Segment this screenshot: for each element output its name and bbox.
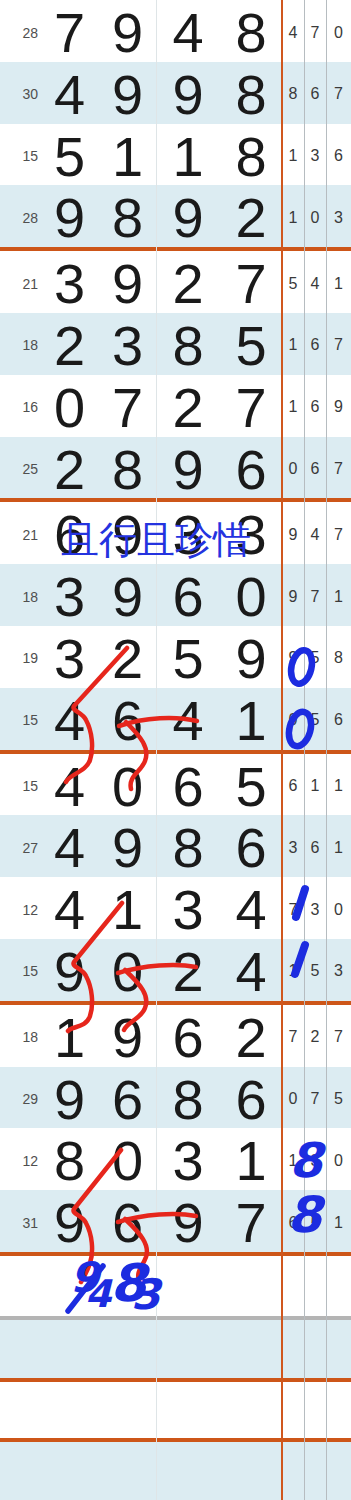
extra-digit-cell: 1	[282, 313, 304, 378]
extra-column-divider-1	[304, 0, 305, 1500]
draw-digit-cell: 9	[98, 564, 156, 629]
draw-row: 287948470	[0, 0, 351, 62]
extra-digit-cell: 3	[304, 124, 326, 189]
extra-digit-cell: 3	[282, 815, 304, 880]
draw-digit-cell: 4	[40, 815, 98, 880]
extra-column-divider-2	[326, 0, 327, 1500]
extra-digit-cell: 7	[326, 1005, 351, 1070]
draw-digit-cell: 1	[219, 1128, 282, 1193]
draw-row: 213927541	[0, 251, 351, 313]
draw-digit-cell: 8	[98, 185, 156, 250]
draw-digit-cell: 5	[40, 124, 98, 189]
draw-digit-cell: 9	[40, 1067, 98, 1132]
draw-digit-cell: 4	[219, 939, 282, 1004]
extra-digit-cell: 6	[326, 124, 351, 189]
draw-digit-cell: 6	[98, 1190, 156, 1255]
draw-row: 289892103	[0, 185, 351, 247]
draw-digit-cell: 3	[156, 1128, 219, 1193]
draw-digit-cell: 8	[219, 0, 282, 65]
extra-digit-cell: 0	[304, 185, 326, 250]
extra-digit-cell: 7	[326, 437, 351, 502]
draw-digit-cell: 1	[219, 688, 282, 753]
extra-digit-cell: 0	[326, 1128, 351, 1193]
extra-digit-cell: 9	[326, 375, 351, 440]
sum-cell: 18	[0, 313, 40, 378]
draw-digit-cell: 0	[98, 754, 156, 819]
draw-row: 154641056	[0, 688, 351, 750]
draw-digit-cell: 3	[40, 251, 98, 316]
extra-digit-cell: 7	[282, 1005, 304, 1070]
draw-digit-cell: 4	[40, 877, 98, 942]
draw-row: 160727169	[0, 375, 351, 437]
draw-digit-cell: 9	[40, 939, 98, 1004]
draw-digit-cell: 3	[40, 626, 98, 691]
extra-digit-cell: 7	[326, 62, 351, 127]
sum-cell: 31	[0, 1190, 40, 1255]
draw-digit-cell: 6	[156, 1005, 219, 1070]
draw-digit-cell: 9	[40, 185, 98, 250]
draw-row: 154065611	[0, 754, 351, 816]
draw-digit-cell: 6	[219, 437, 282, 502]
extra-digit-cell: 2	[304, 1005, 326, 1070]
sum-cell: 29	[0, 1067, 40, 1132]
draw-row: 128031130	[0, 1128, 351, 1190]
draw-digit-cell: 8	[98, 437, 156, 502]
extra-digit-cell: 5	[326, 1067, 351, 1132]
extra-digit-cell: 3	[304, 877, 326, 942]
extra-digit-cell: 0	[282, 1067, 304, 1132]
draw-digit-cell: 4	[219, 877, 282, 942]
extra-digit-cell: 1	[304, 754, 326, 819]
empty-row	[0, 1256, 351, 1316]
draw-digit-cell: 2	[219, 1005, 282, 1070]
extra-digit-cell: 4	[304, 502, 326, 567]
draw-digit-cell: 3	[98, 313, 156, 378]
extra-digit-cell: 3	[304, 1128, 326, 1193]
extra-digit-cell: 4	[304, 251, 326, 316]
draw-digit-cell: 6	[219, 815, 282, 880]
draw-digit-cell: 9	[98, 1005, 156, 1070]
row-group: 287948470304998867155118136289892103	[0, 0, 351, 251]
draw-digit-cell: 4	[40, 754, 98, 819]
draw-digit-cell: 8	[156, 815, 219, 880]
extra-digit-cell: 7	[282, 877, 304, 942]
draw-digit-cell: 9	[156, 1190, 219, 1255]
lottery-chart-screen[interactable]: 2879484703049988671551181362898921032139…	[0, 0, 351, 1500]
draw-digit-cell: 8	[219, 124, 282, 189]
draw-digit-cell: 2	[156, 251, 219, 316]
sum-cell: 18	[0, 1005, 40, 1070]
draw-digit-cell: 2	[156, 375, 219, 440]
draw-rows-table: 2879484703049988671551181362898921032139…	[0, 0, 351, 1256]
draw-digit-cell: 0	[219, 564, 282, 629]
handwritten-note: 且行且珍惜	[61, 521, 251, 559]
empty-row	[0, 1320, 351, 1378]
draw-digit-cell: 5	[219, 754, 282, 819]
draw-digit-cell: 8	[156, 313, 219, 378]
extra-digit-cell: 7	[304, 564, 326, 629]
sum-cell: 19	[0, 626, 40, 691]
draw-digit-cell: 1	[98, 877, 156, 942]
extra-digit-cell: 6	[326, 688, 351, 753]
draw-digit-cell: 2	[98, 626, 156, 691]
draw-digit-cell: 7	[219, 1190, 282, 1255]
sum-cell: 16	[0, 375, 40, 440]
draw-row: 155118136	[0, 124, 351, 186]
sum-cell: 15	[0, 124, 40, 189]
extra-digit-cell: 1	[326, 564, 351, 629]
extra-digit-cell: 4	[282, 0, 304, 65]
extra-digit-cell: 6	[304, 375, 326, 440]
draw-digit-cell: 9	[156, 437, 219, 502]
mid-column-divider	[156, 0, 157, 1500]
extra-digit-cell: 1	[326, 754, 351, 819]
draw-row: 304998867	[0, 62, 351, 124]
extra-digit-cell: 0	[282, 437, 304, 502]
extra-digit-cell: 5	[304, 939, 326, 1004]
draw-digit-cell: 2	[40, 313, 98, 378]
sum-cell: 15	[0, 688, 40, 753]
draw-digit-cell: 1	[40, 1005, 98, 1070]
extra-digit-cell: 1	[282, 124, 304, 189]
extra-digit-cell: 9	[282, 502, 304, 567]
draw-row: 299686075	[0, 1067, 351, 1129]
sum-cell: 28	[0, 185, 40, 250]
sum-cell: 12	[0, 1128, 40, 1193]
draw-row: 252896067	[0, 437, 351, 499]
draw-digit-cell: 7	[219, 251, 282, 316]
draw-digit-cell: 9	[98, 251, 156, 316]
draw-digit-cell: 4	[156, 0, 219, 65]
draw-digit-cell: 3	[40, 564, 98, 629]
extra-digit-cell: 1	[326, 251, 351, 316]
extra-digit-cell: 7	[326, 313, 351, 378]
draw-digit-cell: 0	[98, 1128, 156, 1193]
extra-digit-cell: 6	[304, 62, 326, 127]
empty-row	[0, 1442, 351, 1500]
bottom-section	[0, 1256, 351, 1500]
draw-digit-cell: 7	[98, 375, 156, 440]
draw-digit-cell: 5	[156, 626, 219, 691]
extra-digit-cell: 6	[282, 1190, 304, 1255]
draw-digit-cell: 7	[219, 375, 282, 440]
draw-digit-cell: 8	[219, 62, 282, 127]
draw-digit-cell: 0	[40, 375, 98, 440]
draw-row: 181962727	[0, 1005, 351, 1067]
draw-digit-cell: 2	[156, 939, 219, 1004]
draw-digit-cell: 1	[98, 124, 156, 189]
draw-row: 159024153	[0, 939, 351, 1001]
draw-digit-cell: 3	[156, 877, 219, 942]
draw-digit-cell: 2	[40, 437, 98, 502]
extra-digit-cell: 0	[282, 688, 304, 753]
sum-cell: 30	[0, 62, 40, 127]
empty-row	[0, 1382, 351, 1438]
extra-digit-cell: 8	[282, 62, 304, 127]
extra-digit-cell: 5	[304, 1190, 326, 1255]
draw-digit-cell: 9	[98, 62, 156, 127]
draw-digit-cell: 9	[156, 185, 219, 250]
extra-digit-cell: 1	[326, 815, 351, 880]
sum-cell: 21	[0, 502, 40, 567]
draw-row: 319697651	[0, 1190, 351, 1252]
draw-digit-cell: 8	[156, 1067, 219, 1132]
extra-digit-cell: 9	[282, 626, 304, 691]
extra-digit-cell: 5	[282, 251, 304, 316]
draw-digit-cell: 6	[156, 754, 219, 819]
draw-row: 124134730	[0, 877, 351, 939]
extra-digit-cell: 6	[304, 815, 326, 880]
extra-digit-cell: 3	[326, 939, 351, 1004]
draw-digit-cell: 6	[156, 564, 219, 629]
draw-digit-cell: 9	[98, 815, 156, 880]
extra-digit-cell: 1	[282, 375, 304, 440]
draw-row: 183960971	[0, 564, 351, 626]
draw-digit-cell: 4	[156, 688, 219, 753]
draw-digit-cell: 4	[40, 62, 98, 127]
orange-column-divider	[281, 0, 283, 1500]
extra-digit-cell: 1	[326, 1190, 351, 1255]
draw-digit-cell: 8	[40, 1128, 98, 1193]
sum-cell: 15	[0, 754, 40, 819]
draw-digit-cell: 9	[40, 1190, 98, 1255]
extra-digit-cell: 1	[282, 1128, 304, 1193]
row-group: 213927541182385167160727169252896067	[0, 251, 351, 502]
extra-digit-cell: 6	[282, 754, 304, 819]
extra-digit-cell: 6	[304, 313, 326, 378]
sum-cell: 15	[0, 939, 40, 1004]
sum-cell: 12	[0, 877, 40, 942]
draw-digit-cell: 9	[156, 62, 219, 127]
extra-digit-cell: 3	[326, 185, 351, 250]
extra-digit-cell: 0	[326, 0, 351, 65]
draw-row: 193259958	[0, 626, 351, 688]
draw-digit-cell: 9	[219, 626, 282, 691]
extra-digit-cell: 5	[304, 626, 326, 691]
draw-digit-cell: 6	[219, 1067, 282, 1132]
draw-digit-cell: 1	[156, 124, 219, 189]
sum-cell: 21	[0, 251, 40, 316]
row-group: 154065611274986361124134730159024153	[0, 754, 351, 1005]
extra-digit-cell: 1	[282, 939, 304, 1004]
draw-digit-cell: 7	[40, 0, 98, 65]
draw-digit-cell: 4	[40, 688, 98, 753]
sum-cell: 25	[0, 437, 40, 502]
row-group: 181962727299686075128031130319697651	[0, 1005, 351, 1256]
draw-digit-cell: 0	[98, 939, 156, 1004]
draw-row: 182385167	[0, 313, 351, 375]
extra-digit-cell: 1	[282, 185, 304, 250]
draw-digit-cell: 9	[98, 0, 156, 65]
draw-digit-cell: 6	[98, 688, 156, 753]
sum-cell: 27	[0, 815, 40, 880]
extra-digit-cell: 5	[304, 688, 326, 753]
extra-digit-cell: 9	[282, 564, 304, 629]
extra-digit-cell: 8	[326, 626, 351, 691]
extra-digit-cell: 7	[304, 1067, 326, 1132]
sum-cell: 18	[0, 564, 40, 629]
sum-cell: 28	[0, 0, 40, 65]
draw-digit-cell: 2	[219, 185, 282, 250]
draw-digit-cell: 6	[98, 1067, 156, 1132]
extra-digit-cell: 0	[326, 877, 351, 942]
extra-digit-cell: 7	[304, 0, 326, 65]
draw-row: 274986361	[0, 815, 351, 877]
extra-digit-cell: 7	[326, 502, 351, 567]
draw-digit-cell: 5	[219, 313, 282, 378]
extra-digit-cell: 6	[304, 437, 326, 502]
